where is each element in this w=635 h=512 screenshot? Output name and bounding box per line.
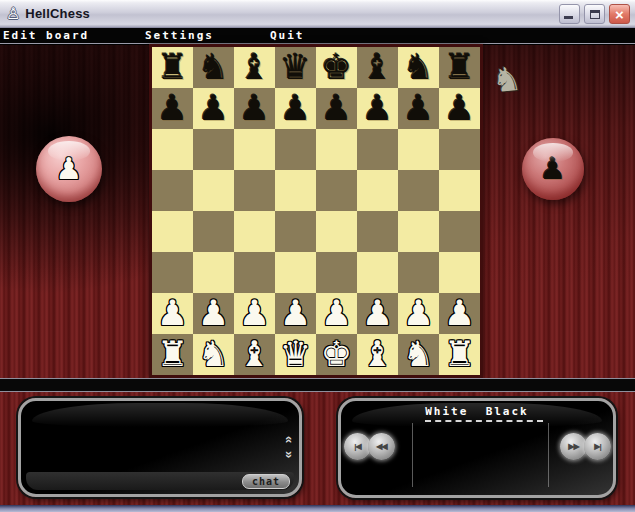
piece-white-pawn: ♟	[444, 293, 475, 334]
square-h8[interactable]: ♜	[439, 47, 480, 88]
black-side-button[interactable]: ♟	[522, 138, 584, 200]
piece-white-rook: ♜	[444, 334, 475, 375]
square-h6[interactable]	[439, 129, 480, 170]
square-a5[interactable]	[152, 170, 193, 211]
piece-white-bishop: ♝	[239, 334, 270, 375]
square-g4[interactable]	[398, 211, 439, 252]
board-frame: ♜♞♝♛♚♝♞♜♟♟♟♟♟♟♟♟♟♟♟♟♟♟♟♟♜♞♝♛♚♝♞♜	[149, 44, 483, 378]
piece-white-pawn: ♟	[239, 293, 270, 334]
square-e7[interactable]: ♟	[316, 88, 357, 129]
chat-button[interactable]: chat	[242, 474, 290, 489]
piece-black-pawn: ♟	[198, 88, 229, 129]
scroll-down-icon[interactable]: »	[283, 451, 296, 458]
minimize-icon	[564, 16, 573, 19]
square-f5[interactable]	[357, 170, 398, 211]
window-title: HellChess	[25, 6, 90, 21]
square-g6[interactable]	[398, 129, 439, 170]
close-icon: ×	[615, 7, 624, 22]
square-c5[interactable]	[234, 170, 275, 211]
menu-item-quit[interactable]: Quit	[270, 29, 305, 42]
step-back-button[interactable]: ◀◀	[368, 433, 395, 460]
square-c6[interactable]	[234, 129, 275, 170]
white-side-button[interactable]: ♟	[36, 136, 102, 202]
square-a6[interactable]	[152, 129, 193, 170]
piece-white-bishop: ♝	[362, 334, 393, 375]
skip-to-end-button[interactable]: ▶|	[584, 433, 611, 460]
piece-white-queen: ♛	[280, 334, 311, 375]
square-c1[interactable]: ♝	[234, 334, 275, 375]
piece-black-pawn: ♟	[321, 88, 352, 129]
header-underline	[425, 420, 543, 422]
square-a2[interactable]: ♟	[152, 293, 193, 334]
piece-white-pawn: ♟	[403, 293, 434, 334]
square-g7[interactable]: ♟	[398, 88, 439, 129]
piece-black-knight: ♞	[198, 47, 229, 88]
square-h7[interactable]: ♟	[439, 88, 480, 129]
piece-black-pawn: ♟	[403, 88, 434, 129]
app-icon: ♙	[6, 6, 20, 22]
piece-white-pawn: ♟	[198, 293, 229, 334]
piece-black-knight: ♞	[403, 47, 434, 88]
square-e1[interactable]: ♚	[316, 334, 357, 375]
square-d7[interactable]: ♟	[275, 88, 316, 129]
square-e6[interactable]	[316, 129, 357, 170]
hellchess-window: ♙ HellChess × Edit board Settings Quit ♜…	[0, 0, 635, 512]
chat-bottom-bar: chat	[26, 472, 294, 490]
black-pawn-icon: ♟	[540, 154, 567, 184]
square-h1[interactable]: ♜	[439, 334, 480, 375]
square-a3[interactable]	[152, 252, 193, 293]
piece-white-rook: ♜	[157, 334, 188, 375]
piece-black-bishop: ♝	[239, 47, 270, 88]
square-b2[interactable]: ♟	[193, 293, 234, 334]
square-b7[interactable]: ♟	[193, 88, 234, 129]
piece-white-knight: ♞	[403, 334, 434, 375]
separator-band	[0, 378, 635, 392]
square-d1[interactable]: ♛	[275, 334, 316, 375]
piece-white-pawn: ♟	[280, 293, 311, 334]
square-b6[interactable]	[193, 129, 234, 170]
square-d6[interactable]	[275, 129, 316, 170]
close-button[interactable]: ×	[609, 4, 630, 24]
square-g3[interactable]	[398, 252, 439, 293]
square-c3[interactable]	[234, 252, 275, 293]
square-a7[interactable]: ♟	[152, 88, 193, 129]
square-f3[interactable]	[357, 252, 398, 293]
square-b8[interactable]: ♞	[193, 47, 234, 88]
square-e4[interactable]	[316, 211, 357, 252]
square-e8[interactable]: ♚	[316, 47, 357, 88]
piece-white-king: ♚	[321, 334, 352, 375]
square-d2[interactable]: ♟	[275, 293, 316, 334]
menu-item-edit-board[interactable]: Edit board	[3, 29, 89, 42]
square-f8[interactable]: ♝	[357, 47, 398, 88]
knight-cursor-icon: ♞	[490, 59, 524, 101]
square-a4[interactable]	[152, 211, 193, 252]
piece-black-rook: ♜	[157, 47, 188, 88]
square-f1[interactable]: ♝	[357, 334, 398, 375]
square-b5[interactable]	[193, 170, 234, 211]
square-h3[interactable]	[439, 252, 480, 293]
square-a1[interactable]: ♜	[152, 334, 193, 375]
piece-white-pawn: ♟	[362, 293, 393, 334]
square-g2[interactable]: ♟	[398, 293, 439, 334]
square-e3[interactable]	[316, 252, 357, 293]
piece-black-pawn: ♟	[444, 88, 475, 129]
piece-black-pawn: ♟	[362, 88, 393, 129]
square-b1[interactable]: ♞	[193, 334, 234, 375]
piece-white-pawn: ♟	[157, 293, 188, 334]
scroll-up-icon[interactable]: «	[283, 436, 296, 443]
skip-to-start-button[interactable]: |◀	[344, 433, 371, 460]
square-d8[interactable]: ♛	[275, 47, 316, 88]
piece-black-queen: ♛	[280, 47, 311, 88]
square-h4[interactable]	[439, 211, 480, 252]
piece-black-pawn: ♟	[280, 88, 311, 129]
square-f4[interactable]	[357, 211, 398, 252]
step-forward-button[interactable]: ▶▶	[560, 433, 587, 460]
square-h5[interactable]	[439, 170, 480, 211]
chat-panel: « » chat	[18, 398, 302, 497]
square-b3[interactable]	[193, 252, 234, 293]
square-g8[interactable]: ♞	[398, 47, 439, 88]
piece-white-knight: ♞	[198, 334, 229, 375]
square-c7[interactable]: ♟	[234, 88, 275, 129]
white-column-header: White	[425, 405, 468, 418]
piece-black-king: ♚	[321, 47, 352, 88]
maximize-button[interactable]	[584, 4, 605, 24]
moves-header: White Black	[341, 405, 613, 418]
moves-panel: White Black |◀ ◀◀ ▶▶ ▶|	[338, 398, 616, 498]
chess-board: ♜♞♝♛♚♝♞♜♟♟♟♟♟♟♟♟♟♟♟♟♟♟♟♟♜♞♝♛♚♝♞♜	[152, 47, 480, 375]
square-b4[interactable]	[193, 211, 234, 252]
menu-item-settings[interactable]: Settings	[145, 29, 214, 42]
panel-divider-right	[548, 423, 549, 487]
piece-white-pawn: ♟	[321, 293, 352, 334]
menubar: Edit board Settings Quit	[0, 28, 635, 44]
square-d4[interactable]	[275, 211, 316, 252]
square-e2[interactable]: ♟	[316, 293, 357, 334]
square-e5[interactable]	[316, 170, 357, 211]
white-pawn-icon: ♟	[56, 154, 83, 184]
square-a8[interactable]: ♜	[152, 47, 193, 88]
square-g1[interactable]: ♞	[398, 334, 439, 375]
titlebar[interactable]: ♙ HellChess ×	[0, 0, 635, 28]
square-c8[interactable]: ♝	[234, 47, 275, 88]
square-f7[interactable]: ♟	[357, 88, 398, 129]
square-g5[interactable]	[398, 170, 439, 211]
black-column-header: Black	[486, 405, 529, 418]
minimize-button[interactable]	[559, 4, 580, 24]
square-c4[interactable]	[234, 211, 275, 252]
piece-black-pawn: ♟	[239, 88, 270, 129]
square-d5[interactable]	[275, 170, 316, 211]
square-d3[interactable]	[275, 252, 316, 293]
piece-black-rook: ♜	[444, 47, 475, 88]
window-bottom-edge	[0, 505, 635, 512]
maximize-icon	[590, 10, 600, 19]
square-c2[interactable]: ♟	[234, 293, 275, 334]
square-f2[interactable]: ♟	[357, 293, 398, 334]
square-f6[interactable]	[357, 129, 398, 170]
square-h2[interactable]: ♟	[439, 293, 480, 334]
piece-black-bishop: ♝	[362, 47, 393, 88]
moves-list[interactable]	[413, 425, 548, 487]
piece-black-pawn: ♟	[157, 88, 188, 129]
